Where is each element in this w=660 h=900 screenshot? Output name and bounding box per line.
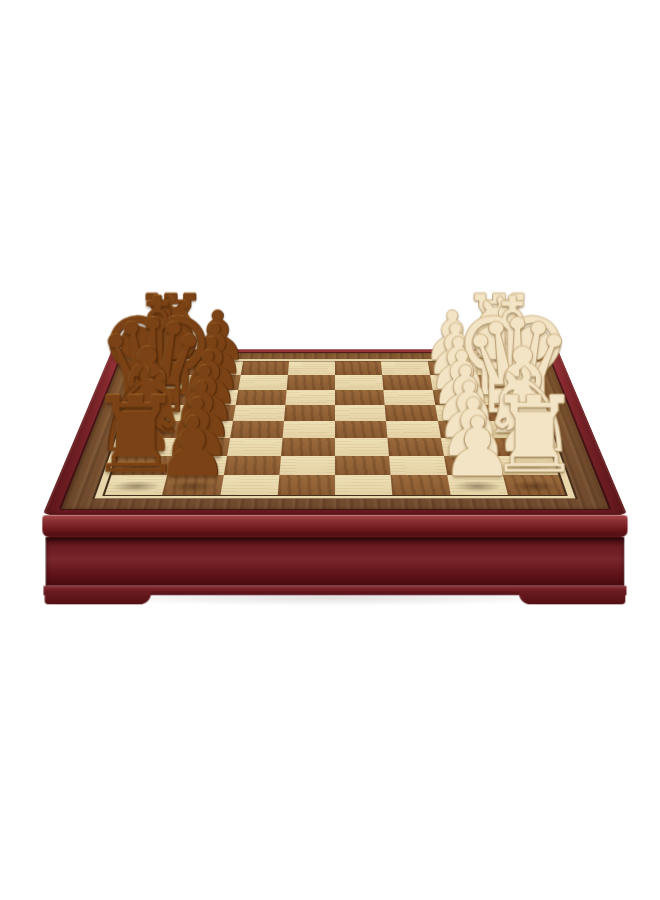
- piece-white-pawn-a2: ♟︎: [447, 475, 508, 495]
- bracket-foot-left: [45, 592, 151, 605]
- frame-lip: [42, 515, 627, 537]
- product-photo-chess-set: ♜︎♟︎♟︎♜︎♞︎♟︎♟︎♞︎♝︎♟︎♟︎♝︎♚︎♟︎♟︎♚︎♛︎♟︎♟︎♛︎…: [0, 0, 660, 900]
- pawn-glyph: ♟︎: [344, 406, 611, 488]
- pawn-glyph: ♟︎: [59, 406, 326, 488]
- box-front-face: [42, 515, 627, 595]
- board-3d: ♜︎♟︎♟︎♜︎♞︎♟︎♟︎♞︎♝︎♟︎♟︎♝︎♚︎♟︎♟︎♚︎♛︎♟︎♟︎♛︎…: [42, 349, 627, 515]
- scene-3d: ♜︎♟︎♟︎♜︎♞︎♟︎♟︎♞︎♝︎♟︎♟︎♝︎♚︎♟︎♟︎♚︎♛︎♟︎♟︎♛︎…: [0, 0, 660, 900]
- piece-black-pawn-a7: ♟︎: [162, 475, 223, 495]
- bracket-foot-right: [519, 592, 625, 605]
- box-body: [46, 537, 624, 586]
